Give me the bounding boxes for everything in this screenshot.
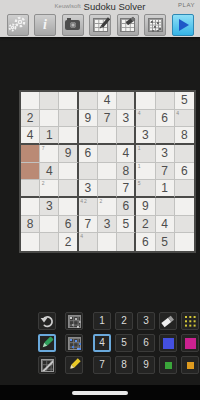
cell-digit: 8 bbox=[27, 218, 34, 230]
cell-digit: 6 bbox=[122, 200, 129, 212]
cell-r3c7[interactable]: 3 bbox=[136, 127, 155, 145]
digit-label: 8 bbox=[121, 360, 127, 370]
info-button[interactable]: i bbox=[34, 14, 56, 36]
play-label: PLAY bbox=[178, 2, 195, 8]
cell-r9c6[interactable] bbox=[117, 233, 136, 251]
cell-r8c9[interactable] bbox=[175, 216, 194, 234]
cell-digit: 6 bbox=[84, 147, 91, 159]
mini-grid-button[interactable] bbox=[65, 312, 83, 330]
cell-digit: 4 bbox=[46, 165, 53, 177]
pencil-icon bbox=[66, 357, 82, 373]
cell-digit: 9 bbox=[84, 112, 91, 124]
pencil-marks: 1 bbox=[138, 164, 142, 169]
cell-digit: 6 bbox=[65, 218, 72, 230]
cell-r6c4[interactable]: 3 bbox=[79, 180, 98, 198]
clear-grid-button[interactable] bbox=[38, 356, 56, 374]
color-swatch bbox=[187, 362, 194, 369]
cell-r4c3[interactable]: 9 bbox=[59, 145, 78, 163]
cell-r7c1[interactable] bbox=[21, 198, 40, 216]
digit-label: 6 bbox=[143, 338, 149, 348]
cell-r3c1[interactable]: 4 bbox=[21, 127, 40, 145]
cell-r3c3[interactable] bbox=[59, 127, 78, 145]
cell-digit: 2 bbox=[27, 112, 34, 124]
cell-r5c3[interactable] bbox=[59, 163, 78, 181]
digit-label: 5 bbox=[121, 338, 127, 348]
cell-r2c8[interactable]: 6 bbox=[156, 110, 175, 128]
color-swatch bbox=[165, 362, 172, 369]
digit-label: 7 bbox=[99, 360, 105, 370]
cell-r1c3[interactable] bbox=[59, 92, 78, 110]
cell-digit: 5 bbox=[122, 218, 129, 230]
info-icon: i bbox=[43, 17, 47, 33]
cell-r8c2[interactable] bbox=[40, 216, 59, 234]
digit-label: 9 bbox=[143, 360, 149, 370]
cell-r3c9[interactable]: 8 bbox=[175, 127, 194, 145]
play-icon bbox=[177, 19, 189, 31]
cell-r7c4[interactable]: 42 bbox=[79, 198, 98, 216]
cell-r8c6[interactable]: 5 bbox=[117, 216, 136, 234]
cell-r2c9[interactable]: 4 bbox=[175, 110, 194, 128]
edit-grid-button[interactable] bbox=[89, 14, 111, 36]
cell-r8c8[interactable]: 4 bbox=[156, 216, 175, 234]
cell-digit: 9 bbox=[65, 147, 72, 159]
cell-r2c1[interactable]: 2 bbox=[21, 110, 40, 128]
digit-5-button[interactable]: 5 bbox=[115, 334, 133, 352]
pencil-button[interactable] bbox=[65, 356, 83, 374]
system-nav-bar bbox=[0, 385, 200, 400]
cell-digit: 5 bbox=[181, 94, 188, 106]
pencil-marks: 42 bbox=[80, 199, 88, 204]
settings-button[interactable] bbox=[7, 14, 29, 36]
control-panel: 123456789 bbox=[0, 312, 200, 378]
grid-eraser-icon bbox=[120, 18, 135, 32]
control-row: 456 bbox=[0, 334, 200, 352]
cell-digit: 7 bbox=[84, 218, 91, 230]
toolbar: i bbox=[0, 12, 200, 37]
cell-r1c6[interactable] bbox=[117, 92, 136, 110]
mini-grid-blue-icon bbox=[68, 337, 81, 350]
cell-r9c4[interactable]: 4 bbox=[79, 233, 98, 251]
cell-r1c8[interactable] bbox=[156, 92, 175, 110]
cell-r6c3[interactable] bbox=[59, 180, 78, 198]
cell-digit: 3 bbox=[161, 147, 168, 159]
page-title: Sudoku Solver bbox=[84, 1, 146, 12]
cell-r6c6[interactable]: 7 bbox=[117, 180, 136, 198]
pen-icon bbox=[39, 335, 55, 351]
grid-pencil-icon bbox=[93, 18, 108, 32]
cell-r4c1[interactable] bbox=[21, 145, 40, 163]
camera-icon bbox=[65, 20, 80, 30]
cell-digit: 3 bbox=[84, 182, 91, 194]
titlebar: Keuwlsoft Sudoku Solver PLAY bbox=[0, 0, 200, 12]
cell-r2c4[interactable]: 9 bbox=[79, 110, 98, 128]
board-area: 4529734644138796413481762375134226986735… bbox=[0, 37, 200, 312]
cell-r3c4[interactable] bbox=[79, 127, 98, 145]
digit-6-button[interactable]: 6 bbox=[137, 334, 155, 352]
cell-r7c6[interactable]: 6 bbox=[117, 198, 136, 216]
digit-4-button[interactable]: 4 bbox=[93, 334, 111, 352]
cell-r2c7[interactable]: 4 bbox=[136, 110, 155, 128]
cell-r4c2[interactable]: 7 bbox=[40, 145, 59, 163]
cell-digit: 1 bbox=[46, 129, 53, 141]
cell-r6c2[interactable]: 2 bbox=[40, 180, 59, 198]
cell-digit: 7 bbox=[161, 165, 168, 177]
cell-r3c8[interactable] bbox=[156, 127, 175, 145]
cell-digit: 7 bbox=[104, 112, 111, 124]
brand-label: Keuwlsoft bbox=[55, 3, 81, 9]
pencil-marks: 4 bbox=[176, 111, 180, 116]
cell-digit: 8 bbox=[181, 129, 188, 141]
orange-swatch-button[interactable] bbox=[181, 356, 199, 374]
digit-9-button[interactable]: 9 bbox=[137, 356, 155, 374]
cell-r6c7[interactable]: 5 bbox=[136, 180, 155, 198]
cell-r4c4[interactable]: 6 bbox=[79, 145, 98, 163]
color-swatch bbox=[185, 338, 196, 349]
cell-digit: 2 bbox=[142, 218, 149, 230]
green-swatch-button[interactable] bbox=[159, 356, 177, 374]
home-indicator[interactable] bbox=[72, 391, 128, 395]
cell-r7c7[interactable]: 9 bbox=[136, 198, 155, 216]
sudoku-grid: 4529734644138796413481762375134226986735… bbox=[19, 90, 196, 253]
pencil-marks: 1 bbox=[138, 146, 142, 151]
cell-r2c6[interactable]: 3 bbox=[117, 110, 136, 128]
cell-r1c5[interactable]: 4 bbox=[98, 92, 117, 110]
pencil-marks: 4 bbox=[80, 234, 84, 239]
erase-grid-button[interactable] bbox=[117, 14, 139, 36]
digit-label: 2 bbox=[121, 316, 127, 326]
cell-r7c3[interactable] bbox=[59, 198, 78, 216]
cell-r8c5[interactable]: 3 bbox=[98, 216, 117, 234]
cell-r9c3[interactable]: 2 bbox=[59, 233, 78, 251]
cell-digit: 4 bbox=[122, 147, 129, 159]
camera-button[interactable] bbox=[62, 14, 84, 36]
grid-numbers-icon bbox=[148, 18, 163, 32]
eraser-icon bbox=[160, 313, 176, 329]
digit-3-button[interactable]: 3 bbox=[137, 312, 155, 330]
solve-play-button[interactable] bbox=[172, 14, 194, 36]
cell-digit: 4 bbox=[27, 129, 34, 141]
cell-digit: 2 bbox=[65, 236, 72, 248]
cell-r2c3[interactable] bbox=[59, 110, 78, 128]
cell-digit: 8 bbox=[122, 165, 129, 177]
pencil-marks: 4 bbox=[138, 111, 142, 116]
mini-grid-icon bbox=[68, 315, 81, 328]
gears-icon bbox=[7, 15, 28, 34]
digit-8-button[interactable]: 8 bbox=[115, 356, 133, 374]
cell-r5c4[interactable] bbox=[79, 163, 98, 181]
cell-r1c2[interactable] bbox=[40, 92, 59, 110]
cell-r5c2[interactable]: 4 bbox=[40, 163, 59, 181]
cell-r7c9[interactable] bbox=[175, 198, 194, 216]
cell-r9c5[interactable] bbox=[98, 233, 117, 251]
cell-digit: 1 bbox=[161, 182, 168, 194]
mini-grid-blue-button[interactable] bbox=[65, 334, 83, 352]
cell-digit: 4 bbox=[161, 218, 168, 230]
cell-r5c6[interactable]: 8 bbox=[117, 163, 136, 181]
cell-r9c2[interactable] bbox=[40, 233, 59, 251]
cell-r4c7[interactable]: 1 bbox=[136, 145, 155, 163]
digit-2-button[interactable]: 2 bbox=[115, 312, 133, 330]
pen-button[interactable] bbox=[38, 334, 56, 352]
cell-digit: 3 bbox=[104, 218, 111, 230]
fill-grid-button[interactable] bbox=[144, 14, 166, 36]
undo-icon bbox=[40, 314, 55, 329]
cell-r2c5[interactable]: 7 bbox=[98, 110, 117, 128]
cell-r7c8[interactable] bbox=[156, 198, 175, 216]
cell-r2c2[interactable] bbox=[40, 110, 59, 128]
magenta-swatch-button[interactable] bbox=[181, 334, 199, 352]
cell-r6c5[interactable] bbox=[98, 180, 117, 198]
cell-r8c3[interactable]: 6 bbox=[59, 216, 78, 234]
cell-r4c9[interactable] bbox=[175, 145, 194, 163]
cell-r7c2[interactable]: 3 bbox=[40, 198, 59, 216]
clear-grid-icon bbox=[41, 359, 54, 372]
cell-r8c1[interactable]: 8 bbox=[21, 216, 40, 234]
cell-r9c1[interactable] bbox=[21, 233, 40, 251]
cell-r5c7[interactable]: 1 bbox=[136, 163, 155, 181]
cell-r5c1[interactable] bbox=[21, 163, 40, 181]
cell-r5c5[interactable] bbox=[98, 163, 117, 181]
pencil-marks: 5 bbox=[138, 181, 142, 186]
cell-digit: 5 bbox=[161, 236, 168, 248]
cell-r1c7[interactable] bbox=[136, 92, 155, 110]
cell-r1c9[interactable]: 5 bbox=[175, 92, 194, 110]
cell-r1c4[interactable] bbox=[79, 92, 98, 110]
cell-r8c4[interactable]: 7 bbox=[79, 216, 98, 234]
cell-r6c9[interactable] bbox=[175, 180, 194, 198]
cell-r3c2[interactable]: 1 bbox=[40, 127, 59, 145]
pencil-marks: 2 bbox=[99, 199, 103, 204]
cell-digit: 4 bbox=[104, 94, 111, 106]
digit-label: 3 bbox=[143, 316, 149, 326]
eraser-button[interactable] bbox=[159, 312, 177, 330]
digit-label: 4 bbox=[99, 338, 105, 348]
cell-r1c1[interactable] bbox=[21, 92, 40, 110]
control-row: 789 bbox=[0, 356, 200, 374]
cell-digit: 3 bbox=[46, 200, 53, 212]
digit-1-button[interactable]: 1 bbox=[93, 312, 111, 330]
cell-r9c8[interactable]: 5 bbox=[156, 233, 175, 251]
pencil-marks: 2 bbox=[42, 181, 46, 186]
cell-r9c9[interactable] bbox=[175, 233, 194, 251]
cell-r9c7[interactable]: 6 bbox=[136, 233, 155, 251]
cell-r3c6[interactable] bbox=[117, 127, 136, 145]
cell-r8c7[interactable]: 2 bbox=[136, 216, 155, 234]
control-row: 123 bbox=[0, 312, 200, 330]
cell-r5c9[interactable]: 6 bbox=[175, 163, 194, 181]
candidates-button[interactable] bbox=[181, 312, 199, 330]
cell-digit: 3 bbox=[122, 112, 129, 124]
app-window: Keuwlsoft Sudoku Solver PLAY i 452973464… bbox=[0, 0, 200, 400]
color-swatch bbox=[163, 338, 174, 349]
cell-digit: 6 bbox=[142, 236, 149, 248]
pencil-marks: 7 bbox=[42, 146, 46, 151]
cell-r4c8[interactable]: 3 bbox=[156, 145, 175, 163]
cell-digit: 7 bbox=[122, 182, 129, 194]
cell-r6c8[interactable]: 1 bbox=[156, 180, 175, 198]
cell-r7c5[interactable]: 2 bbox=[98, 198, 117, 216]
cell-r4c6[interactable]: 4 bbox=[117, 145, 136, 163]
cell-r5c8[interactable]: 7 bbox=[156, 163, 175, 181]
blue-swatch-button[interactable] bbox=[159, 334, 177, 352]
undo-button[interactable] bbox=[38, 312, 56, 330]
dots-grid-icon bbox=[185, 316, 196, 327]
cell-digit: 3 bbox=[142, 129, 149, 141]
digit-label: 1 bbox=[99, 316, 105, 326]
digit-7-button[interactable]: 7 bbox=[93, 356, 111, 374]
cell-digit: 6 bbox=[161, 112, 168, 124]
cell-r4c5[interactable] bbox=[98, 145, 117, 163]
cell-r3c5[interactable] bbox=[98, 127, 117, 145]
cell-r6c1[interactable] bbox=[21, 180, 40, 198]
cell-digit: 6 bbox=[181, 165, 188, 177]
cell-digit: 9 bbox=[142, 200, 149, 212]
